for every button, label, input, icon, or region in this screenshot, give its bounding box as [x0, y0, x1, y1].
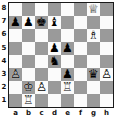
square-h2[interactable]: [100, 81, 113, 94]
square-f4[interactable]: [74, 55, 87, 68]
square-g3[interactable]: ♛: [87, 68, 100, 81]
file-label-f: f: [74, 108, 87, 118]
square-d3[interactable]: [48, 68, 61, 81]
square-g2[interactable]: [87, 81, 100, 94]
rank-label-6: 6: [0, 28, 8, 41]
square-c1[interactable]: [35, 94, 48, 107]
rank-label-3: 3: [0, 68, 8, 81]
square-a7[interactable]: ♟: [9, 16, 22, 29]
square-g6[interactable]: ♗: [87, 29, 100, 42]
file-label-e: e: [61, 108, 74, 118]
square-h7[interactable]: [100, 16, 113, 29]
square-h8[interactable]: [100, 3, 113, 16]
square-a1[interactable]: [9, 94, 22, 107]
square-f7[interactable]: [74, 16, 87, 29]
file-label-d: d: [48, 108, 61, 118]
square-c7[interactable]: ♚: [35, 16, 48, 29]
rank-label-8: 8: [0, 2, 8, 15]
square-e1[interactable]: [61, 94, 74, 107]
square-c2[interactable]: ♙: [35, 81, 48, 94]
square-h5[interactable]: [100, 42, 113, 55]
square-c6[interactable]: [35, 29, 48, 42]
square-d1[interactable]: [48, 94, 61, 107]
piece-white-rook[interactable]: ♖: [22, 94, 35, 107]
piece-black-queen[interactable]: ♛: [87, 68, 100, 81]
square-g1[interactable]: [87, 94, 100, 107]
square-h3[interactable]: ♙: [100, 68, 113, 81]
square-e7[interactable]: [61, 16, 74, 29]
rank-label-7: 7: [0, 15, 8, 28]
file-label-g: g: [87, 108, 100, 118]
square-b4[interactable]: [22, 55, 35, 68]
square-a6[interactable]: [9, 29, 22, 42]
square-f3[interactable]: [74, 68, 87, 81]
square-e8[interactable]: [61, 3, 74, 16]
file-label-c: c: [35, 108, 48, 118]
square-f1[interactable]: [74, 94, 87, 107]
square-b7[interactable]: ♟: [22, 16, 35, 29]
piece-black-knight[interactable]: ♞: [48, 55, 61, 68]
file-label-h: h: [100, 108, 113, 118]
square-f8[interactable]: [74, 3, 87, 16]
square-f5[interactable]: [74, 42, 87, 55]
square-a5[interactable]: [9, 42, 22, 55]
square-a3[interactable]: ♙: [9, 68, 22, 81]
piece-black-pawn[interactable]: ♟: [22, 16, 35, 29]
file-label-b: b: [22, 108, 35, 118]
piece-black-pawn[interactable]: ♟: [9, 16, 22, 29]
square-d7[interactable]: ♝: [48, 16, 61, 29]
square-f2[interactable]: [74, 81, 87, 94]
piece-black-pawn[interactable]: ♟: [61, 42, 74, 55]
rank-label-5: 5: [0, 42, 8, 55]
chess-diagram: 87654321 ♕♟♟♚♝♗♟♟♞♙♟♛♙♔♙♖♖ abcdefgh: [0, 0, 118, 118]
chess-board[interactable]: ♕♟♟♚♝♗♟♟♞♙♟♛♙♔♙♖♖: [8, 2, 114, 108]
square-b1[interactable]: ♖: [22, 94, 35, 107]
square-h6[interactable]: [100, 29, 113, 42]
square-g5[interactable]: [87, 42, 100, 55]
piece-white-queen[interactable]: ♕: [87, 3, 100, 16]
piece-white-pawn[interactable]: ♙: [100, 68, 113, 81]
square-d2[interactable]: [48, 81, 61, 94]
square-a2[interactable]: [9, 81, 22, 94]
square-g8[interactable]: ♕: [87, 3, 100, 16]
file-labels: abcdefgh: [9, 108, 118, 118]
piece-white-pawn[interactable]: ♙: [9, 68, 22, 81]
square-b5[interactable]: [22, 42, 35, 55]
file-label-a: a: [9, 108, 22, 118]
rank-label-2: 2: [0, 81, 8, 94]
square-c4[interactable]: [35, 55, 48, 68]
square-e2[interactable]: ♖: [61, 81, 74, 94]
piece-white-pawn[interactable]: ♙: [35, 81, 48, 94]
square-b6[interactable]: [22, 29, 35, 42]
rank-label-4: 4: [0, 55, 8, 68]
square-c5[interactable]: [35, 42, 48, 55]
rank-labels: 87654321: [0, 2, 8, 108]
square-h1[interactable]: [100, 94, 113, 107]
square-d4[interactable]: ♞: [48, 55, 61, 68]
square-e5[interactable]: ♟: [61, 42, 74, 55]
piece-black-bishop[interactable]: ♝: [48, 16, 61, 29]
piece-black-king[interactable]: ♚: [35, 16, 48, 29]
piece-white-rook[interactable]: ♖: [61, 81, 74, 94]
piece-white-bishop[interactable]: ♗: [87, 29, 100, 42]
square-f6[interactable]: [74, 29, 87, 42]
rank-label-1: 1: [0, 94, 8, 107]
